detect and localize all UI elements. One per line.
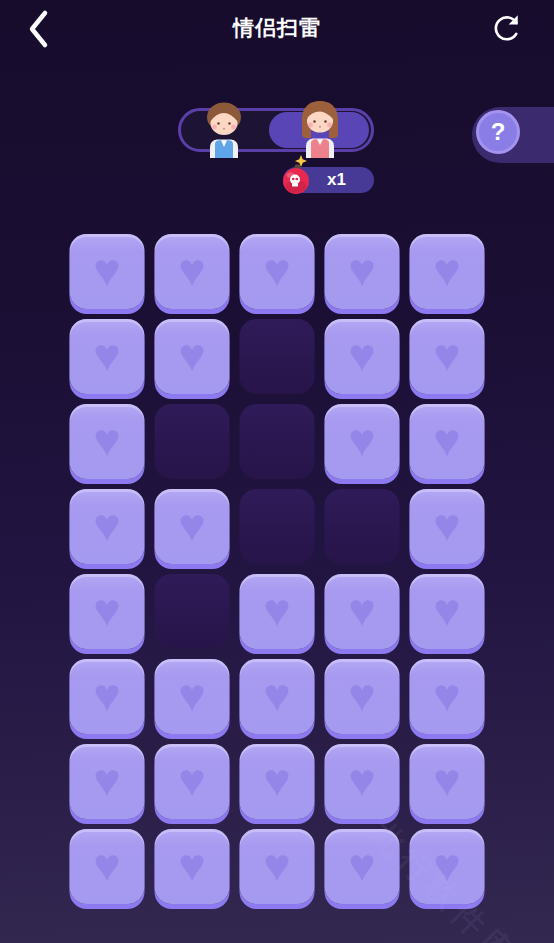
heart-icon: ♥ (433, 502, 460, 548)
tile-hidden[interactable]: ♥ (70, 659, 145, 734)
tile-hidden[interactable]: ♥ (240, 234, 315, 309)
heart-icon: ♥ (348, 672, 375, 718)
tile-revealed (240, 404, 315, 479)
boy-avatar (201, 100, 247, 162)
heart-icon: ♥ (348, 417, 375, 463)
tile-hidden[interactable]: ♥ (325, 744, 400, 819)
tile-hidden[interactable]: ♥ (155, 234, 230, 309)
heart-icon: ♥ (178, 502, 205, 548)
tile-hidden[interactable]: ♥ (325, 574, 400, 649)
heart-icon: ♥ (433, 672, 460, 718)
tile-hidden[interactable]: ♥ (325, 319, 400, 394)
heart-icon: ♥ (433, 247, 460, 293)
tile-hidden[interactable]: ♥ (155, 829, 230, 904)
tile-hidden[interactable]: ♥ (240, 744, 315, 819)
page-title: 情侣扫雷 (0, 14, 554, 42)
heart-icon: ♥ (263, 587, 290, 633)
heart-icon: ♥ (348, 757, 375, 803)
heart-icon: ♥ (263, 757, 290, 803)
heart-icon: ♥ (433, 757, 460, 803)
tile-revealed (240, 319, 315, 394)
heart-icon: ♥ (93, 672, 120, 718)
refresh-button[interactable] (484, 8, 528, 52)
heart-icon: ♥ (433, 842, 460, 888)
tile-revealed (155, 404, 230, 479)
tile-hidden[interactable]: ♥ (240, 659, 315, 734)
tile-hidden[interactable]: ♥ (70, 829, 145, 904)
heart-icon: ♥ (178, 247, 205, 293)
tile-hidden[interactable]: ♥ (410, 744, 485, 819)
tile-hidden[interactable]: ♥ (240, 829, 315, 904)
tile-hidden[interactable]: ♥ (325, 404, 400, 479)
question-mark-icon: ? (476, 110, 520, 154)
heart-icon: ♥ (178, 672, 205, 718)
heart-icon: ♥ (178, 332, 205, 378)
heart-icon: ♥ (178, 757, 205, 803)
heart-icon: ♥ (433, 332, 460, 378)
heart-icon: ♥ (178, 842, 205, 888)
tile-hidden[interactable]: ♥ (410, 319, 485, 394)
tile-hidden[interactable]: ♥ (70, 744, 145, 819)
minesweeper-board: ♥♥♥♥♥♥♥♥♥♥♥♥♥♥♥♥♥♥♥♥♥♥♥♥♥♥♥♥♥♥♥♥♥♥ (70, 234, 485, 904)
tile-revealed (155, 574, 230, 649)
heart-icon: ♥ (433, 417, 460, 463)
tile-hidden[interactable]: ♥ (70, 319, 145, 394)
heart-icon: ♥ (93, 757, 120, 803)
reload-icon (490, 13, 522, 48)
heart-icon: ♥ (348, 332, 375, 378)
help-button[interactable]: ? (472, 107, 554, 163)
heart-icon: ♥ (348, 842, 375, 888)
tile-revealed (325, 489, 400, 564)
tile-hidden[interactable]: ♥ (410, 574, 485, 649)
app-screen: 情侣扫雷 (0, 0, 554, 943)
tile-hidden[interactable]: ♥ (325, 829, 400, 904)
tile-hidden[interactable]: ♥ (410, 489, 485, 564)
tile-revealed (240, 489, 315, 564)
girl-avatar (294, 98, 346, 162)
tile-hidden[interactable]: ♥ (155, 659, 230, 734)
tile-hidden[interactable]: ♥ (410, 404, 485, 479)
tile-hidden[interactable]: ♥ (240, 574, 315, 649)
heart-icon: ♥ (93, 587, 120, 633)
tile-hidden[interactable]: ♥ (155, 319, 230, 394)
heart-icon: ♥ (348, 587, 375, 633)
tile-hidden[interactable]: ♥ (410, 659, 485, 734)
tile-hidden[interactable]: ♥ (410, 829, 485, 904)
bomb-skull-icon (281, 154, 315, 196)
heart-icon: ♥ (263, 842, 290, 888)
heart-icon: ♥ (93, 842, 120, 888)
tile-hidden[interactable]: ♥ (70, 234, 145, 309)
tile-hidden[interactable]: ♥ (325, 659, 400, 734)
tile-hidden[interactable]: ♥ (155, 489, 230, 564)
heart-icon: ♥ (93, 332, 120, 378)
heart-icon: ♥ (348, 247, 375, 293)
tile-hidden[interactable]: ♥ (325, 234, 400, 309)
heart-icon: ♥ (93, 502, 120, 548)
tile-hidden[interactable]: ♥ (155, 744, 230, 819)
tile-hidden[interactable]: ♥ (70, 489, 145, 564)
tile-hidden[interactable]: ♥ (70, 574, 145, 649)
tile-hidden[interactable]: ♥ (70, 404, 145, 479)
heart-icon: ♥ (433, 587, 460, 633)
heart-icon: ♥ (93, 247, 120, 293)
tile-hidden[interactable]: ♥ (410, 234, 485, 309)
heart-icon: ♥ (263, 247, 290, 293)
heart-icon: ♥ (93, 417, 120, 463)
header: 情侣扫雷 (0, 0, 554, 60)
heart-icon: ♥ (263, 672, 290, 718)
